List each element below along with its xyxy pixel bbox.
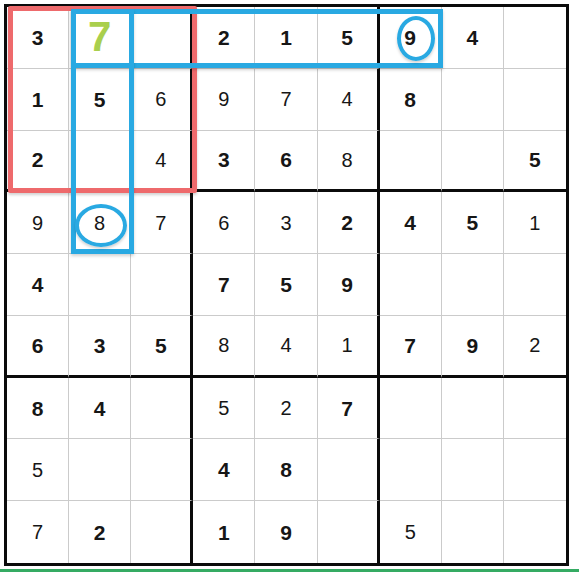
cell-digit: 5 xyxy=(529,149,541,170)
cell-r5c1[interactable]: 4 xyxy=(7,254,69,316)
cell-digit: 2 xyxy=(218,27,230,48)
cell-r8c8[interactable] xyxy=(442,439,504,501)
cell-r4c1[interactable]: 9 xyxy=(7,192,69,254)
cell-digit: 1 xyxy=(529,213,540,233)
cell-r6c8[interactable]: 9 xyxy=(442,316,504,378)
cell-r9c8[interactable] xyxy=(442,501,504,563)
cell-digit: 4 xyxy=(404,212,416,233)
cell-r7c6[interactable]: 7 xyxy=(318,378,380,440)
cell-r2c8[interactable] xyxy=(442,69,504,131)
cell-r9c7[interactable]: 5 xyxy=(380,501,442,563)
cell-r5c2[interactable] xyxy=(69,254,131,316)
cell-digit: 4 xyxy=(466,27,478,48)
cell-r4c2[interactable]: 8 xyxy=(69,192,131,254)
cell-digit: 3 xyxy=(32,27,44,48)
cell-r2c9[interactable] xyxy=(504,69,566,131)
cell-r8c4[interactable]: 4 xyxy=(193,439,255,501)
cell-digit: 4 xyxy=(94,398,106,419)
cell-r4c3[interactable]: 7 xyxy=(131,192,193,254)
cell-digit: 6 xyxy=(218,213,229,233)
cell-digit: 9 xyxy=(218,89,229,109)
cell-r6c2[interactable]: 3 xyxy=(69,316,131,378)
cell-digit: 6 xyxy=(280,149,292,170)
cell-digit: 2 xyxy=(280,398,291,418)
cell-digit: 8 xyxy=(280,459,292,480)
cell-r7c7[interactable] xyxy=(380,378,442,440)
cell-r4c9[interactable]: 1 xyxy=(504,192,566,254)
cell-digit: 5 xyxy=(32,460,43,480)
cell-r4c7[interactable]: 4 xyxy=(380,192,442,254)
cell-digit: 7 xyxy=(155,213,166,233)
cell-digit: 4 xyxy=(218,459,230,480)
cell-digit: 9 xyxy=(280,522,292,543)
cell-r8c9[interactable] xyxy=(504,439,566,501)
cell-r2c2[interactable]: 5 xyxy=(69,69,131,131)
cell-digit: 9 xyxy=(341,274,353,295)
cell-digit: 1 xyxy=(218,522,230,543)
cell-r9c2[interactable]: 2 xyxy=(69,501,131,563)
cell-digit: 3 xyxy=(94,335,106,356)
cell-r5c5[interactable]: 5 xyxy=(255,254,317,316)
cell-r3c1[interactable]: 2 xyxy=(7,131,69,193)
cell-r5c8[interactable] xyxy=(442,254,504,316)
cell-r4c4[interactable]: 6 xyxy=(193,192,255,254)
cell-r2c5[interactable]: 7 xyxy=(255,69,317,131)
cell-r4c8[interactable]: 5 xyxy=(442,192,504,254)
cell-r6c3[interactable]: 5 xyxy=(131,316,193,378)
cell-digit: 4 xyxy=(32,274,44,295)
bottom-green-line xyxy=(0,569,579,572)
cell-r6c5[interactable]: 4 xyxy=(255,316,317,378)
cell-digit: 1 xyxy=(342,335,353,355)
cell-r6c4[interactable]: 8 xyxy=(193,316,255,378)
cell-digit: 8 xyxy=(342,150,353,170)
cell-r8c5[interactable]: 8 xyxy=(255,439,317,501)
cell-digit: 5 xyxy=(405,522,416,542)
cell-r5c9[interactable] xyxy=(504,254,566,316)
cell-r1c2[interactable]: 7 xyxy=(69,7,131,69)
cell-r2c6[interactable]: 4 xyxy=(318,69,380,131)
cell-digit: 3 xyxy=(280,213,291,233)
cell-r2c3[interactable]: 6 xyxy=(131,69,193,131)
cell-digit: 5 xyxy=(155,335,167,356)
cell-digit: 5 xyxy=(466,212,478,233)
cell-digit: 8 xyxy=(94,213,105,233)
cell-r1c5[interactable]: 1 xyxy=(255,7,317,69)
cell-r3c7[interactable] xyxy=(380,131,442,193)
cell-r8c6[interactable] xyxy=(318,439,380,501)
cell-digit: 7 xyxy=(218,274,230,295)
cell-digit: 2 xyxy=(32,149,44,170)
cell-r4c6[interactable]: 2 xyxy=(318,192,380,254)
cell-r1c9[interactable] xyxy=(504,7,566,69)
cell-r3c9[interactable]: 5 xyxy=(504,131,566,193)
sudoku-board: 3721594156974824368598763245147596358417… xyxy=(4,4,569,566)
cell-r1c4[interactable]: 2 xyxy=(193,7,255,69)
cell-digit: 7 xyxy=(341,398,353,419)
cell-digit: 2 xyxy=(341,212,353,233)
cell-r2c4[interactable]: 9 xyxy=(193,69,255,131)
cell-r7c1[interactable]: 8 xyxy=(7,378,69,440)
cell-r7c8[interactable] xyxy=(442,378,504,440)
cell-r7c2[interactable]: 4 xyxy=(69,378,131,440)
cell-r6c6[interactable]: 1 xyxy=(318,316,380,378)
cell-r3c2[interactable] xyxy=(69,131,131,193)
cell-r8c2[interactable] xyxy=(69,439,131,501)
cell-r1c3[interactable] xyxy=(131,7,193,69)
cell-r1c1[interactable]: 3 xyxy=(7,7,69,69)
cell-digit: 7 xyxy=(32,522,43,542)
cell-digit: 2 xyxy=(529,335,540,355)
cell-r3c8[interactable] xyxy=(442,131,504,193)
cell-r3c3[interactable]: 4 xyxy=(131,131,193,193)
cell-r7c3[interactable] xyxy=(131,378,193,440)
cell-digit: 1 xyxy=(32,89,44,110)
cell-r9c6[interactable] xyxy=(318,501,380,563)
cell-r3c5[interactable]: 6 xyxy=(255,131,317,193)
cell-digit: 9 xyxy=(32,213,43,233)
cell-r1c7[interactable]: 9 xyxy=(380,7,442,69)
cell-r7c5[interactable]: 2 xyxy=(255,378,317,440)
cell-digit: 7 xyxy=(404,335,416,356)
cell-digit: 7 xyxy=(88,16,111,58)
cell-r9c3[interactable] xyxy=(131,501,193,563)
cell-digit: 8 xyxy=(32,398,44,419)
cell-r5c6[interactable]: 9 xyxy=(318,254,380,316)
cell-r8c7[interactable] xyxy=(380,439,442,501)
cell-r5c3[interactable] xyxy=(131,254,193,316)
cell-r6c7[interactable]: 7 xyxy=(380,316,442,378)
cell-digit: 8 xyxy=(404,89,416,110)
cell-digit: 8 xyxy=(218,335,229,355)
cell-r8c1[interactable]: 5 xyxy=(7,439,69,501)
cell-r6c9[interactable]: 2 xyxy=(504,316,566,378)
cell-digit: 5 xyxy=(218,398,229,418)
cell-digit: 4 xyxy=(155,150,166,170)
cell-r4c5[interactable]: 3 xyxy=(255,192,317,254)
cell-digit: 5 xyxy=(280,274,292,295)
cell-digit: 4 xyxy=(280,335,291,355)
cell-r3c4[interactable]: 3 xyxy=(193,131,255,193)
cell-r1c8[interactable]: 4 xyxy=(442,7,504,69)
cell-r2c1[interactable]: 1 xyxy=(7,69,69,131)
cell-digit: 4 xyxy=(342,89,353,109)
cell-digit: 6 xyxy=(155,89,166,109)
cell-r6c1[interactable]: 6 xyxy=(7,316,69,378)
cell-digit: 3 xyxy=(218,149,230,170)
cell-digit: 1 xyxy=(280,27,292,48)
cell-r7c9[interactable] xyxy=(504,378,566,440)
cell-r1c6[interactable]: 5 xyxy=(318,7,380,69)
sudoku-screenshot: 3721594156974824368598763245147596358417… xyxy=(0,0,579,573)
cell-digit: 5 xyxy=(341,27,353,48)
cell-digit: 6 xyxy=(32,335,44,356)
cell-r5c7[interactable] xyxy=(380,254,442,316)
cell-r9c9[interactable] xyxy=(504,501,566,563)
cell-r5c4[interactable]: 7 xyxy=(193,254,255,316)
cell-r8c3[interactable] xyxy=(131,439,193,501)
cell-r9c4[interactable]: 1 xyxy=(193,501,255,563)
cell-digit: 9 xyxy=(404,27,416,48)
cell-digit: 2 xyxy=(94,522,106,543)
cell-digit: 9 xyxy=(466,335,478,356)
cell-r9c1[interactable]: 7 xyxy=(7,501,69,563)
cell-r7c4[interactable]: 5 xyxy=(193,378,255,440)
cell-r2c7[interactable]: 8 xyxy=(380,69,442,131)
cell-r3c6[interactable]: 8 xyxy=(318,131,380,193)
cell-digit: 5 xyxy=(94,89,106,110)
cell-r9c5[interactable]: 9 xyxy=(255,501,317,563)
cell-digit: 7 xyxy=(280,89,291,109)
